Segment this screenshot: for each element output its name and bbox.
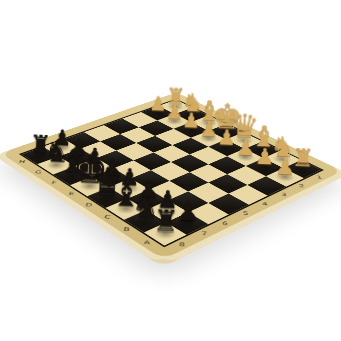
- product-photo-scene: ♜♞♝♚♛♝♞♜♟♟♟♟♟♟♟♟♟♟♟♟♟♟♟♟♜♞♝♚♛♝♞♜ HGFEDCB…: [0, 0, 341, 341]
- white-pawn-glyph: ♟: [149, 94, 168, 115]
- black-rook-glyph: ♜: [152, 205, 179, 235]
- white-pawn-glyph: ♟: [199, 118, 219, 140]
- chess-board-grid: ♜♞♝♚♛♝♞♜♟♟♟♟♟♟♟♟♟♟♟♟♟♟♟♟♜♞♝♚♛♝♞♜: [21, 99, 320, 244]
- chess-board: ♜♞♝♚♛♝♞♜♟♟♟♟♟♟♟♟♟♟♟♟♟♟♟♟♜♞♝♚♛♝♞♜ HGFEDCB…: [0, 92, 341, 259]
- white-pawn-glyph: ♟: [165, 101, 184, 122]
- playing-area: ♜♞♝♚♛♝♞♜♟♟♟♟♟♟♟♟♟♟♟♟♟♟♟♟♜♞♝♚♛♝♞♜: [18, 98, 323, 246]
- white-pawn-glyph: ♟: [254, 145, 275, 168]
- white-pawn-glyph: ♟: [235, 136, 255, 158]
- white-pawn-glyph: ♟: [181, 110, 200, 131]
- white-pawn-glyph: ♟: [274, 155, 295, 178]
- white-pawn-glyph: ♟: [217, 127, 237, 149]
